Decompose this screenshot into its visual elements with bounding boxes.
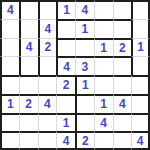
given-digit: 4 <box>82 4 89 16</box>
cell-r6c1[interactable]: 1 <box>0 94 19 113</box>
cell-r8c7[interactable] <box>113 131 132 150</box>
given-digit: 4 <box>119 98 126 110</box>
cell-r5c3[interactable] <box>38 75 57 94</box>
given-digit: 1 <box>63 4 70 16</box>
cell-r4c7[interactable] <box>113 56 132 75</box>
given-digit: 1 <box>63 117 70 129</box>
cell-r3c8[interactable]: 1 <box>131 38 150 57</box>
cell-r7c3[interactable] <box>38 113 57 132</box>
given-digit: 1 <box>7 98 14 110</box>
cell-r3c6[interactable]: 1 <box>94 38 113 57</box>
sudoku-board: 414414212143211241414424 <box>0 0 150 150</box>
cell-r7c4[interactable]: 1 <box>56 113 75 132</box>
cell-r2c5[interactable]: 1 <box>75 19 94 38</box>
cell-r5c7[interactable] <box>113 75 132 94</box>
given-digit: 4 <box>63 135 70 147</box>
cell-r2c3[interactable]: 4 <box>38 19 57 38</box>
given-digit: 4 <box>44 98 51 110</box>
cell-r4c6[interactable] <box>94 56 113 75</box>
cell-r1c3[interactable] <box>38 0 57 19</box>
given-digit: 4 <box>7 4 14 16</box>
cell-r3c4[interactable] <box>56 38 75 57</box>
cell-r5c8[interactable] <box>131 75 150 94</box>
cell-r1c8[interactable] <box>131 0 150 19</box>
cell-r6c4[interactable] <box>56 94 75 113</box>
given-digit: 1 <box>100 98 107 110</box>
cell-r4c2[interactable] <box>19 56 38 75</box>
given-digit: 4 <box>26 41 33 53</box>
cell-r6c6[interactable]: 1 <box>94 94 113 113</box>
cell-r3c5[interactable] <box>75 38 94 57</box>
cell-r1c5[interactable]: 4 <box>75 0 94 19</box>
given-digit: 4 <box>137 135 144 147</box>
given-digit: 3 <box>82 61 89 73</box>
cell-r8c6[interactable] <box>94 131 113 150</box>
cell-r2c6[interactable] <box>94 19 113 38</box>
given-digit: 1 <box>82 23 89 35</box>
cell-r1c2[interactable] <box>19 0 38 19</box>
given-digit: 4 <box>100 117 107 129</box>
cell-r8c2[interactable] <box>19 131 38 150</box>
given-digit: 2 <box>25 98 32 110</box>
cell-r3c2[interactable]: 4 <box>19 38 38 57</box>
cell-r8c3[interactable] <box>38 131 57 150</box>
given-digit: 1 <box>137 41 144 53</box>
cell-r3c3[interactable]: 2 <box>38 38 57 57</box>
cell-r7c7[interactable] <box>113 113 132 132</box>
cell-r4c5[interactable]: 3 <box>75 56 94 75</box>
given-digit: 2 <box>63 79 70 91</box>
cell-r7c6[interactable]: 4 <box>94 113 113 132</box>
cell-r6c3[interactable]: 4 <box>38 94 57 113</box>
cell-r6c5[interactable] <box>75 94 94 113</box>
cell-r2c8[interactable] <box>131 19 150 38</box>
cell-r8c4[interactable]: 4 <box>56 131 75 150</box>
cell-r3c1[interactable] <box>0 38 19 57</box>
cell-r7c5[interactable] <box>75 113 94 132</box>
cell-r4c4[interactable]: 4 <box>56 56 75 75</box>
cell-r2c4[interactable] <box>56 19 75 38</box>
given-digit: 2 <box>119 42 126 54</box>
cell-r4c8[interactable] <box>131 56 150 75</box>
cell-r2c1[interactable] <box>0 19 19 38</box>
cell-r5c4[interactable]: 2 <box>56 75 75 94</box>
cell-r6c7[interactable]: 4 <box>113 94 132 113</box>
cell-r8c8[interactable]: 4 <box>131 131 150 150</box>
cell-r3c7[interactable]: 2 <box>113 38 132 57</box>
cell-r4c3[interactable] <box>38 56 57 75</box>
cell-r8c1[interactable] <box>0 131 19 150</box>
cell-r7c1[interactable] <box>0 113 19 132</box>
cell-r1c6[interactable] <box>94 0 113 19</box>
given-digit: 2 <box>82 135 89 147</box>
given-digit: 1 <box>100 42 107 54</box>
cell-r5c1[interactable] <box>0 75 19 94</box>
given-digit: 4 <box>63 61 70 73</box>
cell-r6c8[interactable] <box>131 94 150 113</box>
cell-r2c2[interactable] <box>19 19 38 38</box>
cell-r5c2[interactable] <box>19 75 38 94</box>
cell-r4c1[interactable] <box>0 56 19 75</box>
cell-r1c4[interactable]: 1 <box>56 0 75 19</box>
cell-r1c7[interactable] <box>113 0 132 19</box>
cell-r7c2[interactable] <box>19 113 38 132</box>
given-digit: 1 <box>82 79 89 91</box>
cell-r8c5[interactable]: 2 <box>75 131 94 150</box>
cell-r2c7[interactable] <box>113 19 132 38</box>
cell-r5c5[interactable]: 1 <box>75 75 94 94</box>
cell-r6c2[interactable]: 2 <box>19 94 38 113</box>
given-digit: 2 <box>45 41 52 53</box>
cell-r7c8[interactable] <box>131 113 150 132</box>
cell-r5c6[interactable] <box>94 75 113 94</box>
cell-r1c1[interactable]: 4 <box>0 0 19 19</box>
given-digit: 4 <box>45 23 52 35</box>
